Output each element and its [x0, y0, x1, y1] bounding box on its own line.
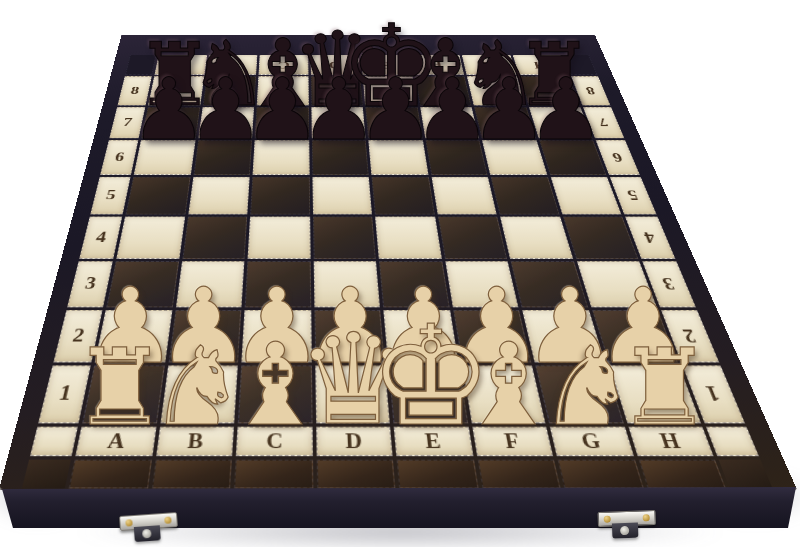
- square-a3[interactable]: [106, 261, 178, 308]
- square-h5[interactable]: [550, 176, 621, 214]
- file-label-top-f: F: [411, 55, 464, 75]
- square-d5[interactable]: [312, 176, 372, 214]
- front-border-segment: [151, 460, 232, 489]
- square-e6[interactable]: [368, 140, 428, 175]
- square-f3[interactable]: [445, 261, 519, 308]
- square-c5[interactable]: [250, 176, 309, 214]
- latch-hole-icon: [142, 529, 152, 539]
- square-g6[interactable]: [482, 140, 547, 175]
- board-grid: ABCDEFGH8877665544332211ABCDEFGH: [30, 55, 760, 456]
- square-d6[interactable]: [311, 140, 368, 175]
- file-label-bottom-c: C: [236, 427, 313, 456]
- front-border-segment: [316, 460, 395, 489]
- square-h8[interactable]: [519, 76, 580, 105]
- file-label-top-d: D: [310, 55, 360, 75]
- square-f2[interactable]: [453, 310, 531, 362]
- square-c6[interactable]: [253, 140, 310, 175]
- square-f6[interactable]: [425, 140, 487, 175]
- file-label-top-b: B: [206, 55, 257, 75]
- rank-label-left-8: 8: [118, 76, 152, 105]
- metal-latch-right: [597, 508, 656, 544]
- square-e2[interactable]: [383, 310, 458, 362]
- square-c8[interactable]: [257, 76, 309, 105]
- front-border-segment: [558, 460, 644, 489]
- file-label-top-c: C: [258, 55, 308, 75]
- rank-label-left-2: 2: [53, 310, 102, 362]
- square-b6[interactable]: [193, 140, 252, 175]
- rank-label-left-5: 5: [90, 176, 130, 214]
- rank-label-left-3: 3: [67, 261, 113, 308]
- front-border-row: [22, 460, 774, 489]
- square-g3[interactable]: [511, 261, 588, 308]
- latch-hole-icon: [620, 526, 629, 535]
- square-f5[interactable]: [431, 176, 497, 214]
- board-corner-top-right: [563, 55, 598, 75]
- latch-screw-icon: [164, 516, 171, 523]
- file-label-bottom-b: B: [156, 427, 234, 456]
- square-a2[interactable]: [95, 310, 172, 362]
- square-c4[interactable]: [248, 217, 311, 259]
- square-b7[interactable]: [198, 107, 254, 139]
- square-c7[interactable]: [255, 107, 309, 139]
- square-f4[interactable]: [438, 217, 507, 259]
- front-border-corner: [22, 460, 71, 489]
- rank-label-left-7: 7: [109, 107, 145, 139]
- square-g5[interactable]: [491, 176, 559, 214]
- square-d7[interactable]: [311, 107, 366, 139]
- file-label-top-e: E: [361, 55, 412, 75]
- square-g8[interactable]: [467, 76, 526, 105]
- latch-tab: [612, 523, 639, 539]
- square-b8[interactable]: [202, 76, 256, 105]
- square-e1[interactable]: [388, 365, 467, 423]
- square-d3[interactable]: [313, 261, 380, 308]
- square-d8[interactable]: [311, 76, 363, 105]
- latch-screw-icon: [643, 514, 650, 521]
- square-a8[interactable]: [148, 76, 204, 105]
- chess-board: ABCDEFGH8877665544332211ABCDEFGH: [0, 35, 797, 490]
- square-a1[interactable]: [82, 365, 164, 423]
- board-corner-bottom-left: [30, 427, 78, 456]
- square-g1[interactable]: [535, 365, 623, 423]
- square-d4[interactable]: [313, 217, 376, 259]
- square-c2[interactable]: [241, 310, 311, 362]
- file-label-bottom-h: H: [628, 427, 714, 456]
- file-label-bottom-f: F: [472, 427, 553, 456]
- latch-screw-icon: [125, 519, 132, 526]
- square-b3[interactable]: [175, 261, 244, 308]
- board-corner-top-left: [125, 55, 156, 75]
- square-e7[interactable]: [365, 107, 422, 139]
- square-c1[interactable]: [238, 365, 312, 423]
- square-d1[interactable]: [315, 365, 390, 423]
- file-label-bottom-g: G: [550, 427, 634, 456]
- square-a5[interactable]: [125, 176, 190, 214]
- board-corner-bottom-right: [706, 427, 759, 456]
- square-h6[interactable]: [539, 140, 606, 175]
- square-h7[interactable]: [528, 107, 592, 139]
- file-label-bottom-e: E: [394, 427, 473, 456]
- front-border-corner: [719, 460, 773, 489]
- square-g4[interactable]: [500, 217, 573, 259]
- front-border-segment: [477, 460, 561, 489]
- file-label-bottom-d: D: [316, 427, 393, 456]
- square-e8[interactable]: [363, 76, 417, 105]
- latch-screw-icon: [604, 516, 611, 523]
- square-f1[interactable]: [462, 365, 546, 423]
- metal-latch-left: [119, 510, 179, 547]
- front-border-segment: [397, 460, 478, 489]
- square-b4[interactable]: [182, 217, 247, 259]
- latch-tab: [134, 525, 161, 542]
- file-label-top-a: A: [154, 55, 206, 75]
- square-b1[interactable]: [160, 365, 238, 423]
- file-label-top-g: G: [462, 55, 516, 75]
- square-a6[interactable]: [134, 140, 195, 175]
- square-c3[interactable]: [245, 261, 311, 308]
- square-a7[interactable]: [141, 107, 199, 139]
- square-b5[interactable]: [188, 176, 250, 214]
- square-e4[interactable]: [375, 217, 441, 259]
- rank-label-left-4: 4: [79, 217, 122, 259]
- square-e3[interactable]: [379, 261, 449, 308]
- square-e5[interactable]: [372, 176, 435, 214]
- square-g2[interactable]: [522, 310, 604, 362]
- square-g7[interactable]: [474, 107, 536, 139]
- front-border-segment: [234, 460, 313, 489]
- file-label-bottom-a: A: [75, 427, 156, 456]
- square-f8[interactable]: [415, 76, 471, 105]
- square-f7[interactable]: [420, 107, 479, 139]
- chess-set-photo: ABCDEFGH8877665544332211ABCDEFGH ♜♞♝♛♚♝♞…: [0, 0, 800, 547]
- square-b2[interactable]: [168, 310, 241, 362]
- square-a4[interactable]: [116, 217, 184, 259]
- rank-label-left-6: 6: [100, 140, 138, 175]
- front-border-segment: [638, 460, 726, 489]
- file-label-top-h: H: [512, 55, 568, 75]
- square-d2[interactable]: [314, 310, 385, 362]
- front-border-segment: [69, 460, 152, 489]
